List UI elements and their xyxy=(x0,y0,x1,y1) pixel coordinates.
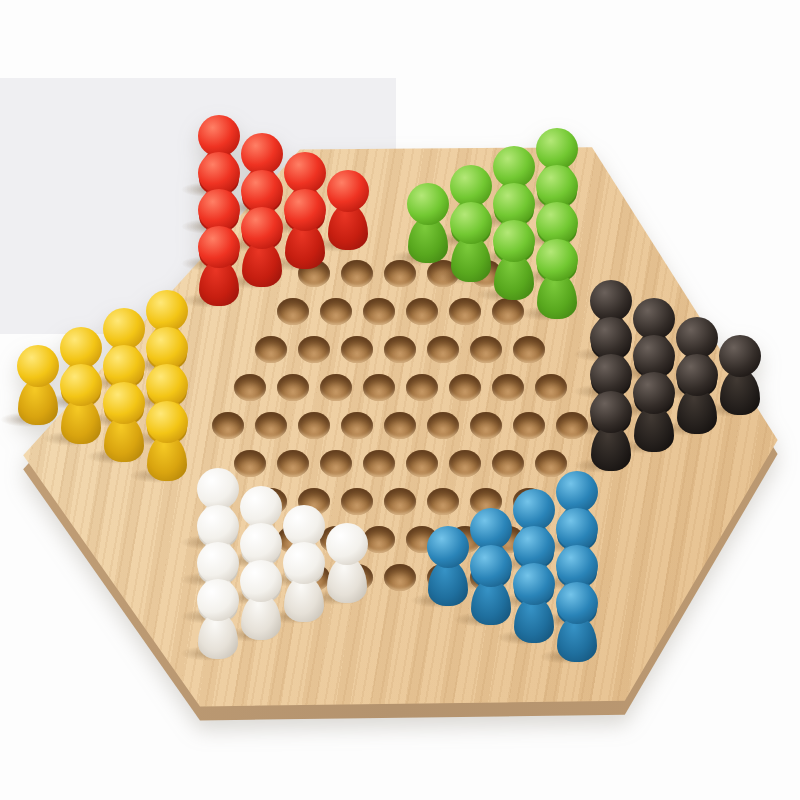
peg-head xyxy=(103,345,145,387)
hole[interactable] xyxy=(427,336,459,363)
peg-white[interactable] xyxy=(195,579,241,661)
peg-head xyxy=(241,170,283,212)
peg-head xyxy=(197,542,239,584)
peg-head xyxy=(493,183,535,225)
peg-head xyxy=(513,526,555,568)
peg-head xyxy=(241,207,283,249)
peg-head xyxy=(556,582,598,624)
peg-head xyxy=(60,364,102,406)
peg-white[interactable] xyxy=(238,560,284,642)
peg-head xyxy=(198,115,240,157)
peg-head xyxy=(556,508,598,550)
hole[interactable] xyxy=(363,298,395,325)
hole[interactable] xyxy=(470,412,502,439)
hole[interactable] xyxy=(492,450,524,477)
hole[interactable] xyxy=(492,374,524,401)
hole[interactable] xyxy=(535,374,567,401)
hole[interactable] xyxy=(341,336,373,363)
hole[interactable] xyxy=(384,336,416,363)
peg-blue[interactable] xyxy=(468,545,514,627)
hole[interactable] xyxy=(255,336,287,363)
peg-red[interactable] xyxy=(282,189,328,271)
chinese-checkers-board xyxy=(0,0,800,800)
peg-head xyxy=(146,290,188,332)
peg-head xyxy=(590,391,632,433)
peg-blue[interactable] xyxy=(511,563,557,645)
peg-head xyxy=(284,189,326,231)
hole[interactable] xyxy=(277,374,309,401)
peg-head xyxy=(633,298,675,340)
peg-head xyxy=(240,486,282,528)
peg-head xyxy=(197,579,239,621)
peg-head xyxy=(146,401,188,443)
peg-head xyxy=(198,226,240,268)
peg-head xyxy=(493,220,535,262)
peg-head xyxy=(146,364,188,406)
hole[interactable] xyxy=(277,298,309,325)
peg-black[interactable] xyxy=(588,391,634,473)
peg-red[interactable] xyxy=(239,207,285,289)
hole[interactable] xyxy=(513,412,545,439)
peg-head xyxy=(284,152,326,194)
hole[interactable] xyxy=(427,412,459,439)
peg-green[interactable] xyxy=(534,239,580,321)
hole[interactable] xyxy=(384,564,416,591)
hole[interactable] xyxy=(449,450,481,477)
hole[interactable] xyxy=(341,260,373,287)
hole[interactable] xyxy=(470,336,502,363)
peg-head xyxy=(240,523,282,565)
peg-head xyxy=(493,146,535,188)
hole[interactable] xyxy=(384,412,416,439)
peg-head xyxy=(719,335,761,377)
hole[interactable] xyxy=(363,450,395,477)
peg-white[interactable] xyxy=(324,523,370,605)
peg-head xyxy=(407,183,449,225)
peg-head xyxy=(450,202,492,244)
hole[interactable] xyxy=(406,374,438,401)
peg-head xyxy=(198,152,240,194)
peg-head xyxy=(536,165,578,207)
hole[interactable] xyxy=(384,488,416,515)
hole[interactable] xyxy=(212,412,244,439)
peg-head xyxy=(556,545,598,587)
peg-head xyxy=(198,189,240,231)
hole[interactable] xyxy=(255,412,287,439)
peg-head xyxy=(146,327,188,369)
hole[interactable] xyxy=(320,298,352,325)
peg-head xyxy=(513,563,555,605)
peg-white[interactable] xyxy=(281,542,327,624)
peg-head xyxy=(327,170,369,212)
peg-head xyxy=(283,542,325,584)
peg-head xyxy=(676,317,718,359)
hole[interactable] xyxy=(513,336,545,363)
peg-head xyxy=(60,327,102,369)
peg-green[interactable] xyxy=(448,202,494,284)
peg-head xyxy=(590,280,632,322)
peg-yellow[interactable] xyxy=(144,401,190,483)
hole[interactable] xyxy=(298,412,330,439)
peg-head xyxy=(240,560,282,602)
hole[interactable] xyxy=(427,488,459,515)
peg-head xyxy=(536,128,578,170)
peg-red[interactable] xyxy=(325,170,371,252)
peg-head xyxy=(427,526,469,568)
peg-blue[interactable] xyxy=(554,582,600,664)
peg-head xyxy=(590,317,632,359)
hole[interactable] xyxy=(406,450,438,477)
peg-head xyxy=(676,354,718,396)
peg-blue[interactable] xyxy=(425,526,471,608)
peg-head xyxy=(590,354,632,396)
peg-head xyxy=(536,202,578,244)
peg-head xyxy=(103,382,145,424)
peg-head xyxy=(326,523,368,565)
peg-black[interactable] xyxy=(674,354,720,436)
peg-head xyxy=(470,545,512,587)
peg-head xyxy=(17,345,59,387)
hole[interactable] xyxy=(320,374,352,401)
peg-head xyxy=(283,505,325,547)
peg-black[interactable] xyxy=(631,372,677,454)
peg-yellow[interactable] xyxy=(58,364,104,446)
peg-yellow[interactable] xyxy=(15,345,61,427)
peg-yellow[interactable] xyxy=(101,382,147,464)
peg-head xyxy=(633,335,675,377)
hole[interactable] xyxy=(406,298,438,325)
peg-head xyxy=(103,308,145,350)
peg-head xyxy=(470,508,512,550)
peg-head xyxy=(536,239,578,281)
hole[interactable] xyxy=(277,450,309,477)
peg-head xyxy=(197,468,239,510)
peg-head xyxy=(556,471,598,513)
peg-green[interactable] xyxy=(491,220,537,302)
peg-head xyxy=(513,489,555,531)
hole[interactable] xyxy=(449,374,481,401)
peg-head xyxy=(197,505,239,547)
hole[interactable] xyxy=(341,412,373,439)
hole[interactable] xyxy=(234,374,266,401)
peg-red[interactable] xyxy=(196,226,242,308)
peg-green[interactable] xyxy=(405,183,451,265)
hole[interactable] xyxy=(298,336,330,363)
peg-head xyxy=(241,133,283,175)
hole[interactable] xyxy=(363,374,395,401)
hole[interactable] xyxy=(320,450,352,477)
hole[interactable] xyxy=(449,298,481,325)
peg-head xyxy=(633,372,675,414)
peg-black[interactable] xyxy=(717,335,763,417)
peg-head xyxy=(450,165,492,207)
hole[interactable] xyxy=(341,488,373,515)
